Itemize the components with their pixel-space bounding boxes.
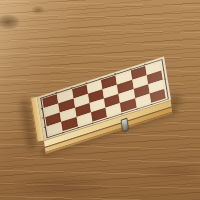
tick-mark <box>77 127 79 128</box>
photo-scene <box>0 0 200 200</box>
tick-mark <box>43 126 44 128</box>
tick-mark <box>62 132 64 133</box>
tick-mark <box>121 113 123 114</box>
tick-mark <box>42 117 43 119</box>
tick-mark <box>163 69 164 71</box>
tick-mark <box>150 104 152 105</box>
tick-mark <box>106 118 108 119</box>
tick-mark <box>136 109 138 110</box>
tick-mark <box>166 87 167 89</box>
tick-mark <box>40 108 41 110</box>
tick-mark <box>164 78 165 80</box>
tick-mark <box>92 123 94 124</box>
